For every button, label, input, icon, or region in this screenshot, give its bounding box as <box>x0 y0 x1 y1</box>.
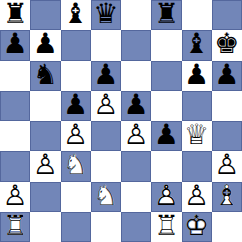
white-knight-piece: ♞♘ <box>91 182 121 212</box>
white-pawn-piece: ♟♙ <box>151 182 181 212</box>
white-pawn-piece: ♟♙ <box>182 182 212 212</box>
square-e3[interactable] <box>121 151 151 181</box>
square-b2[interactable] <box>30 182 60 212</box>
square-g1[interactable]: ♚♔ <box>182 212 212 242</box>
white-pawn-piece: ♟♙ <box>30 151 60 181</box>
square-f1[interactable]: ♜♖ <box>151 212 181 242</box>
square-a3[interactable] <box>0 151 30 181</box>
white-rook-piece: ♜♖ <box>0 212 30 242</box>
square-h4[interactable] <box>212 121 242 151</box>
square-e7[interactable] <box>121 30 151 60</box>
square-a4[interactable] <box>0 121 30 151</box>
square-b3[interactable]: ♟♙ <box>30 151 60 181</box>
black-pawn-piece: ♟ <box>212 61 242 91</box>
square-a5[interactable] <box>0 91 30 121</box>
square-b6[interactable]: ♞ <box>30 61 60 91</box>
square-d8[interactable]: ♛ <box>91 0 121 30</box>
square-g2[interactable]: ♟♙ <box>182 182 212 212</box>
black-knight-piece: ♞ <box>30 61 60 91</box>
square-f2[interactable]: ♟♙ <box>151 182 181 212</box>
square-d7[interactable] <box>91 30 121 60</box>
square-e5[interactable]: ♟ <box>121 91 151 121</box>
square-c1[interactable] <box>61 212 91 242</box>
square-d4[interactable] <box>91 121 121 151</box>
white-pawn-piece: ♟♙ <box>61 121 91 151</box>
square-a1[interactable]: ♜♖ <box>0 212 30 242</box>
black-pawn-piece: ♟ <box>91 61 121 91</box>
square-e8[interactable] <box>121 0 151 30</box>
square-g4[interactable]: ♛♕ <box>182 121 212 151</box>
square-c6[interactable] <box>61 61 91 91</box>
square-b5[interactable] <box>30 91 60 121</box>
square-f4[interactable]: ♟ <box>151 121 181 151</box>
white-knight-piece: ♞♘ <box>61 151 91 181</box>
square-h1[interactable] <box>212 212 242 242</box>
white-bishop-piece: ♝♗ <box>212 182 242 212</box>
square-h8[interactable] <box>212 0 242 30</box>
square-c7[interactable] <box>61 30 91 60</box>
square-g5[interactable] <box>182 91 212 121</box>
square-b8[interactable] <box>30 0 60 30</box>
square-d6[interactable]: ♟ <box>91 61 121 91</box>
chess-board: ♜♝♛♜♟♟♝♚♞♟♟♟♟♟♙♟♟♙♟♙♟♛♕♟♙♞♘♟♙♟♙♞♘♟♙♟♙♝♗♜… <box>0 0 242 242</box>
black-bishop-piece: ♝ <box>61 0 91 30</box>
white-pawn-piece: ♟♙ <box>0 182 30 212</box>
square-e4[interactable]: ♟♙ <box>121 121 151 151</box>
black-pawn-piece: ♟ <box>30 30 60 60</box>
square-d1[interactable] <box>91 212 121 242</box>
black-pawn-piece: ♟ <box>121 91 151 121</box>
square-b4[interactable] <box>30 121 60 151</box>
square-g6[interactable]: ♟ <box>182 61 212 91</box>
square-f5[interactable] <box>151 91 181 121</box>
white-pawn-piece: ♟♙ <box>121 121 151 151</box>
square-e2[interactable] <box>121 182 151 212</box>
square-a6[interactable] <box>0 61 30 91</box>
square-c8[interactable]: ♝ <box>61 0 91 30</box>
square-h6[interactable]: ♟ <box>212 61 242 91</box>
black-king-piece: ♚ <box>212 30 242 60</box>
square-c4[interactable]: ♟♙ <box>61 121 91 151</box>
black-pawn-piece: ♟ <box>61 91 91 121</box>
square-c2[interactable] <box>61 182 91 212</box>
square-f3[interactable] <box>151 151 181 181</box>
black-rook-piece: ♜ <box>0 0 30 30</box>
square-c5[interactable]: ♟ <box>61 91 91 121</box>
black-pawn-piece: ♟ <box>182 61 212 91</box>
square-g8[interactable] <box>182 0 212 30</box>
white-pawn-piece: ♟♙ <box>212 151 242 181</box>
square-g7[interactable]: ♝ <box>182 30 212 60</box>
square-f8[interactable]: ♜ <box>151 0 181 30</box>
white-pawn-piece: ♟♙ <box>91 91 121 121</box>
white-king-piece: ♚♔ <box>182 212 212 242</box>
square-b7[interactable]: ♟ <box>30 30 60 60</box>
square-e1[interactable] <box>121 212 151 242</box>
square-h5[interactable] <box>212 91 242 121</box>
black-queen-piece: ♛ <box>91 0 121 30</box>
square-a7[interactable]: ♟ <box>0 30 30 60</box>
square-f7[interactable] <box>151 30 181 60</box>
square-g3[interactable] <box>182 151 212 181</box>
white-queen-piece: ♛♕ <box>182 121 212 151</box>
square-h2[interactable]: ♝♗ <box>212 182 242 212</box>
square-a2[interactable]: ♟♙ <box>0 182 30 212</box>
square-h3[interactable]: ♟♙ <box>212 151 242 181</box>
black-bishop-piece: ♝ <box>182 30 212 60</box>
white-rook-piece: ♜♖ <box>151 212 181 242</box>
black-pawn-piece: ♟ <box>151 121 181 151</box>
square-e6[interactable] <box>121 61 151 91</box>
black-pawn-piece: ♟ <box>0 30 30 60</box>
square-f6[interactable] <box>151 61 181 91</box>
square-d5[interactable]: ♟♙ <box>91 91 121 121</box>
square-a8[interactable]: ♜ <box>0 0 30 30</box>
square-c3[interactable]: ♞♘ <box>61 151 91 181</box>
square-d3[interactable] <box>91 151 121 181</box>
square-b1[interactable] <box>30 212 60 242</box>
square-h7[interactable]: ♚ <box>212 30 242 60</box>
black-rook-piece: ♜ <box>151 0 181 30</box>
square-d2[interactable]: ♞♘ <box>91 182 121 212</box>
